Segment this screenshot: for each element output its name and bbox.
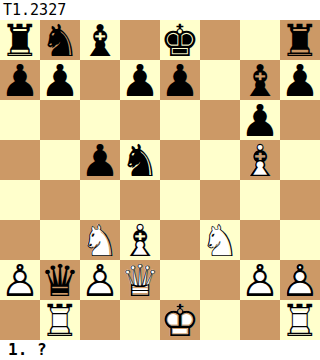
square-e3[interactable] [160,220,200,260]
square-f8[interactable] [200,20,240,60]
square-b4[interactable] [40,180,80,220]
square-h6[interactable] [280,100,320,140]
square-g4[interactable] [240,180,280,220]
white-pawn-outline-icon: ♙ [280,260,320,300]
square-h3[interactable] [280,220,320,260]
square-b5[interactable] [40,140,80,180]
black-pawn-icon: ♟ [0,60,40,100]
square-d1[interactable] [120,300,160,340]
square-g2[interactable]: ♟♙ [240,260,280,300]
square-g8[interactable] [240,20,280,60]
square-f5[interactable] [200,140,240,180]
white-pawn-outline-icon: ♙ [80,260,120,300]
white-bishop-outline-icon: ♗ [120,220,160,260]
square-f7[interactable] [200,60,240,100]
white-rook-outline-icon: ♖ [280,300,320,340]
square-b2[interactable]: ♛ [40,260,80,300]
black-pawn-icon: ♟ [80,140,120,180]
square-a7[interactable]: ♟ [0,60,40,100]
white-queen-icon: ♛ [120,260,160,300]
square-c5[interactable]: ♟ [80,140,120,180]
square-a1[interactable] [0,300,40,340]
square-h5[interactable] [280,140,320,180]
square-e1[interactable]: ♚♔ [160,300,200,340]
white-bishop-icon: ♝ [120,220,160,260]
black-pawn-icon: ♟ [120,60,160,100]
square-b6[interactable] [40,100,80,140]
black-pawn-icon: ♟ [280,60,320,100]
square-b3[interactable] [40,220,80,260]
square-f2[interactable] [200,260,240,300]
black-bishop-icon: ♝ [80,20,120,60]
black-queen-icon: ♛ [40,260,80,300]
square-d2[interactable]: ♛♕ [120,260,160,300]
white-king-outline-icon: ♔ [160,300,200,340]
square-h8[interactable]: ♜ [280,20,320,60]
square-h7[interactable]: ♟ [280,60,320,100]
white-pawn-outline-icon: ♙ [0,260,40,300]
square-c6[interactable] [80,100,120,140]
square-g1[interactable] [240,300,280,340]
white-rook-outline-icon: ♖ [40,300,80,340]
white-bishop-icon: ♝ [240,140,280,180]
square-g7[interactable]: ♝ [240,60,280,100]
square-f6[interactable] [200,100,240,140]
white-pawn-icon: ♟ [80,260,120,300]
black-pawn-icon: ♟ [160,60,200,100]
square-e5[interactable] [160,140,200,180]
square-a6[interactable] [0,100,40,140]
black-pawn-icon: ♟ [240,100,280,140]
black-rook-icon: ♜ [0,20,40,60]
black-knight-icon: ♞ [40,20,80,60]
square-d8[interactable] [120,20,160,60]
square-c2[interactable]: ♟♙ [80,260,120,300]
square-h2[interactable]: ♟♙ [280,260,320,300]
square-b8[interactable]: ♞ [40,20,80,60]
square-f4[interactable] [200,180,240,220]
square-a5[interactable] [0,140,40,180]
square-a8[interactable]: ♜ [0,20,40,60]
white-queen-outline-icon: ♕ [120,260,160,300]
white-pawn-icon: ♟ [240,260,280,300]
square-d3[interactable]: ♝♗ [120,220,160,260]
square-e8[interactable]: ♚ [160,20,200,60]
square-h1[interactable]: ♜♖ [280,300,320,340]
white-knight-icon: ♞ [200,220,240,260]
white-pawn-icon: ♟ [0,260,40,300]
white-pawn-outline-icon: ♙ [240,260,280,300]
black-rook-icon: ♜ [280,20,320,60]
square-e6[interactable] [160,100,200,140]
square-h4[interactable] [280,180,320,220]
square-c4[interactable] [80,180,120,220]
black-bishop-icon: ♝ [240,60,280,100]
white-knight-outline-icon: ♘ [80,220,120,260]
square-a2[interactable]: ♟♙ [0,260,40,300]
square-g5[interactable]: ♝♗ [240,140,280,180]
square-c3[interactable]: ♞♘ [80,220,120,260]
square-g6[interactable]: ♟ [240,100,280,140]
square-b7[interactable]: ♟ [40,60,80,100]
square-d7[interactable]: ♟ [120,60,160,100]
black-knight-icon: ♞ [120,140,160,180]
white-rook-icon: ♜ [40,300,80,340]
move-prompt: 1. ? [0,340,320,360]
square-g3[interactable] [240,220,280,260]
square-c7[interactable] [80,60,120,100]
black-pawn-icon: ♟ [40,60,80,100]
white-bishop-outline-icon: ♗ [240,140,280,180]
square-b1[interactable]: ♜♖ [40,300,80,340]
square-d5[interactable]: ♞ [120,140,160,180]
square-d6[interactable] [120,100,160,140]
square-a3[interactable] [0,220,40,260]
white-pawn-icon: ♟ [280,260,320,300]
square-f3[interactable]: ♞♘ [200,220,240,260]
black-king-icon: ♚ [160,20,200,60]
square-f1[interactable] [200,300,240,340]
square-a4[interactable] [0,180,40,220]
white-knight-icon: ♞ [80,220,120,260]
chess-board: ♜♞♝♚♜♟♟♟♟♝♟♟♟♞♝♗♞♘♝♗♞♘♟♙♛♟♙♛♕♟♙♟♙♜♖♚♔♜♖ [0,20,320,340]
white-king-icon: ♚ [160,300,200,340]
square-c1[interactable] [80,300,120,340]
square-e2[interactable] [160,260,200,300]
square-e7[interactable]: ♟ [160,60,200,100]
square-c8[interactable]: ♝ [80,20,120,60]
puzzle-title: T1.2327 [0,0,320,20]
square-e4[interactable] [160,180,200,220]
chess-puzzle-window: T1.2327 ♜♞♝♚♜♟♟♟♟♝♟♟♟♞♝♗♞♘♝♗♞♘♟♙♛♟♙♛♕♟♙♟… [0,0,320,360]
white-knight-outline-icon: ♘ [200,220,240,260]
square-d4[interactable] [120,180,160,220]
white-rook-icon: ♜ [280,300,320,340]
